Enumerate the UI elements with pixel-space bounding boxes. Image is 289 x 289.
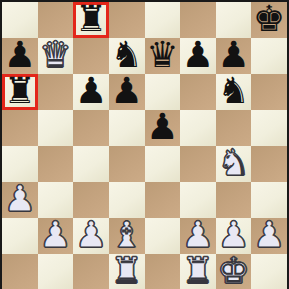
piece-black-pawn: ♟: [4, 37, 36, 73]
square-d4[interactable]: [109, 146, 145, 182]
square-g2[interactable]: ♟: [216, 218, 252, 254]
square-h3[interactable]: [251, 182, 287, 218]
piece-white-queen: ♛: [39, 37, 71, 73]
square-d6[interactable]: ♟: [109, 74, 145, 110]
square-b1[interactable]: [38, 254, 74, 289]
square-c6[interactable]: ♟: [73, 74, 109, 110]
piece-white-king: ♚: [217, 253, 249, 289]
square-d5[interactable]: [109, 110, 145, 146]
piece-black-knight: ♞: [111, 37, 143, 73]
piece-white-pawn: ♟: [4, 181, 36, 217]
piece-black-pawn: ♟: [75, 73, 107, 109]
piece-black-knight: ♞: [217, 73, 249, 109]
square-b8[interactable]: [38, 2, 74, 38]
square-e5[interactable]: ♟: [145, 110, 181, 146]
piece-white-pawn: ♟: [253, 217, 285, 253]
square-e3[interactable]: [145, 182, 181, 218]
square-c7[interactable]: [73, 38, 109, 74]
piece-white-bishop: ♝: [111, 217, 143, 253]
piece-white-pawn: ♟: [217, 217, 249, 253]
square-g3[interactable]: [216, 182, 252, 218]
square-a4[interactable]: [2, 146, 38, 182]
square-h2[interactable]: ♟: [251, 218, 287, 254]
piece-black-pawn: ♟: [146, 109, 178, 145]
square-a3[interactable]: ♟: [2, 182, 38, 218]
square-e4[interactable]: [145, 146, 181, 182]
square-c8[interactable]: ♜: [73, 2, 109, 38]
square-e1[interactable]: [145, 254, 181, 289]
piece-black-queen: ♛: [146, 37, 178, 73]
piece-black-rook: ♜: [75, 1, 107, 37]
square-g8[interactable]: [216, 2, 252, 38]
square-h1[interactable]: [251, 254, 287, 289]
chess-board: ♜♚♟♛♞♛♟♟♜♟♟♞♟♞♟♟♟♝♟♟♟♜♜♚: [0, 0, 289, 289]
square-a1[interactable]: [2, 254, 38, 289]
square-f3[interactable]: [180, 182, 216, 218]
square-b3[interactable]: [38, 182, 74, 218]
piece-black-pawn: ♟: [182, 37, 214, 73]
square-g5[interactable]: [216, 110, 252, 146]
piece-black-pawn: ♟: [217, 37, 249, 73]
square-a8[interactable]: [2, 2, 38, 38]
piece-white-rook: ♜: [111, 253, 143, 289]
square-e8[interactable]: [145, 2, 181, 38]
square-c3[interactable]: [73, 182, 109, 218]
piece-white-pawn: ♟: [75, 217, 107, 253]
square-c1[interactable]: [73, 254, 109, 289]
piece-white-pawn: ♟: [39, 217, 71, 253]
square-b6[interactable]: [38, 74, 74, 110]
square-f2[interactable]: ♟: [180, 218, 216, 254]
square-b4[interactable]: [38, 146, 74, 182]
piece-black-rook: ♜: [4, 73, 36, 109]
square-a7[interactable]: ♟: [2, 38, 38, 74]
square-d8[interactable]: [109, 2, 145, 38]
square-h7[interactable]: [251, 38, 287, 74]
square-f1[interactable]: ♜: [180, 254, 216, 289]
square-f5[interactable]: [180, 110, 216, 146]
square-b5[interactable]: [38, 110, 74, 146]
square-c5[interactable]: [73, 110, 109, 146]
piece-white-rook: ♜: [182, 253, 214, 289]
square-c2[interactable]: ♟: [73, 218, 109, 254]
square-g4[interactable]: ♞: [216, 146, 252, 182]
piece-black-pawn: ♟: [111, 73, 143, 109]
square-b2[interactable]: ♟: [38, 218, 74, 254]
square-d1[interactable]: ♜: [109, 254, 145, 289]
square-c4[interactable]: [73, 146, 109, 182]
square-d2[interactable]: ♝: [109, 218, 145, 254]
square-d7[interactable]: ♞: [109, 38, 145, 74]
square-e6[interactable]: [145, 74, 181, 110]
square-f4[interactable]: [180, 146, 216, 182]
square-h8[interactable]: ♚: [251, 2, 287, 38]
square-a5[interactable]: [2, 110, 38, 146]
square-f8[interactable]: [180, 2, 216, 38]
square-a2[interactable]: [2, 218, 38, 254]
square-h5[interactable]: [251, 110, 287, 146]
piece-white-pawn: ♟: [182, 217, 214, 253]
square-e2[interactable]: [145, 218, 181, 254]
square-g6[interactable]: ♞: [216, 74, 252, 110]
piece-black-king: ♚: [253, 1, 285, 37]
square-h6[interactable]: [251, 74, 287, 110]
piece-white-knight: ♞: [217, 145, 249, 181]
square-d3[interactable]: [109, 182, 145, 218]
square-f7[interactable]: ♟: [180, 38, 216, 74]
square-g7[interactable]: ♟: [216, 38, 252, 74]
square-g1[interactable]: ♚: [216, 254, 252, 289]
square-f6[interactable]: [180, 74, 216, 110]
square-e7[interactable]: ♛: [145, 38, 181, 74]
square-h4[interactable]: [251, 146, 287, 182]
square-b7[interactable]: ♛: [38, 38, 74, 74]
square-a6[interactable]: ♜: [2, 74, 38, 110]
